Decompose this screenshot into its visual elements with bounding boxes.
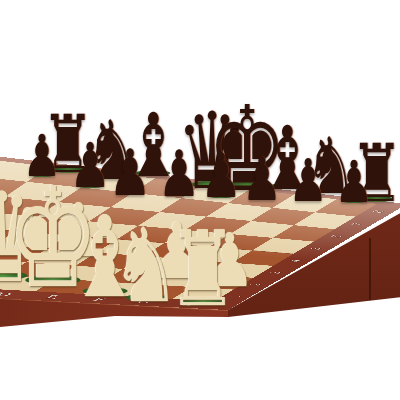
black-pawn-d7: ♟ bbox=[157, 142, 200, 206]
black-pawn-g7: ♟ bbox=[288, 151, 328, 210]
white-rook-h1: ♜ bbox=[168, 217, 238, 321]
pieces-layer: ♜♞♝♛♚♝♞♜♟♟♟♟♟♟♟♟♛♚♝♞♜♟♟♟ bbox=[0, 0, 400, 400]
black-pawn-h7: ♟ bbox=[335, 153, 374, 211]
black-pawn-e7: ♟ bbox=[200, 145, 242, 207]
black-pawn-f7: ♟ bbox=[242, 149, 282, 209]
chess-set-product-photo: ABCDEFGH12345678 ♜♞♝♛♚♝♞♜♟♟♟♟♟♟♟♟♛♚♝♞♜♟♟… bbox=[0, 0, 400, 400]
